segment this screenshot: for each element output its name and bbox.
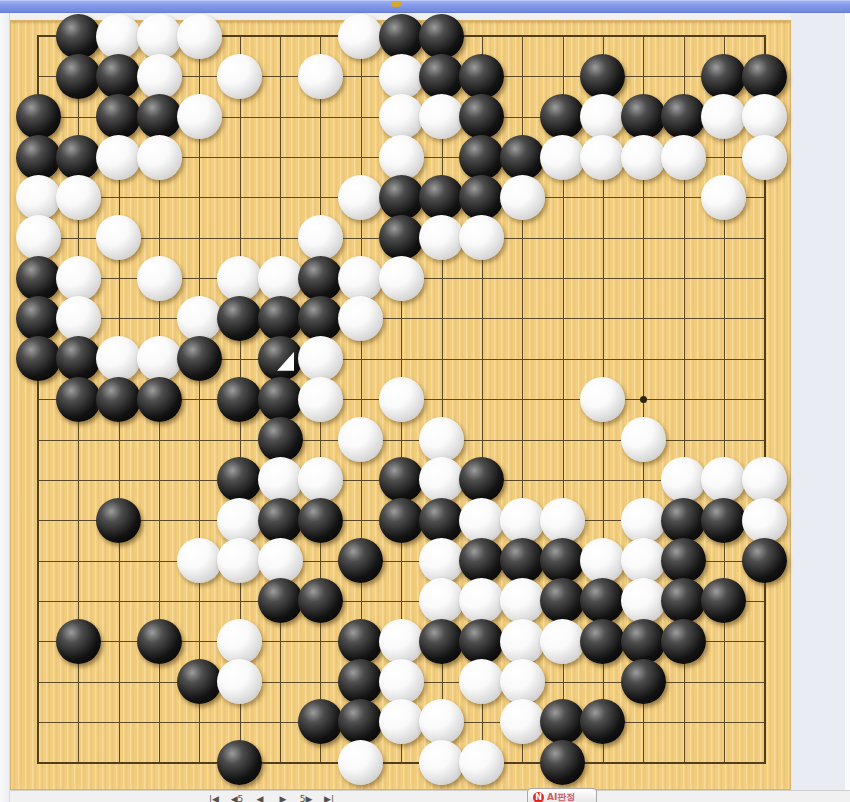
black-stone (137, 377, 182, 422)
black-stone (379, 457, 424, 502)
black-stone (177, 659, 222, 704)
white-stone (137, 336, 182, 381)
black-stone (258, 296, 303, 341)
nav-button-back[interactable]: ◀ (249, 793, 271, 802)
nav-button-back5[interactable]: ◀5 (226, 793, 248, 802)
white-stone (56, 256, 101, 301)
white-stone (298, 336, 343, 381)
white-stone (379, 256, 424, 301)
white-stone (379, 619, 424, 664)
black-stone (258, 417, 303, 462)
black-stone (258, 578, 303, 623)
black-stone (258, 498, 303, 543)
white-stone (298, 377, 343, 422)
black-stone (56, 619, 101, 664)
black-stone (540, 740, 585, 785)
black-stone (56, 336, 101, 381)
black-stone (16, 296, 61, 341)
white-stone (580, 377, 625, 422)
black-stone (701, 54, 746, 99)
black-stone (661, 538, 706, 583)
black-stone (661, 498, 706, 543)
nav-button-last[interactable]: ▶| (318, 793, 340, 802)
black-stone (96, 54, 141, 99)
white-stone (500, 498, 545, 543)
black-stone (742, 538, 787, 583)
nav-button-forward5[interactable]: 5▶ (295, 793, 317, 802)
white-stone (338, 417, 383, 462)
white-stone (217, 256, 262, 301)
white-stone (217, 538, 262, 583)
black-stone (258, 377, 303, 422)
black-stone (217, 740, 262, 785)
black-stone (56, 14, 101, 59)
white-stone (540, 498, 585, 543)
black-stone (419, 54, 464, 99)
white-stone (661, 135, 706, 180)
black-stone (217, 296, 262, 341)
black-stone (540, 538, 585, 583)
black-stone (217, 377, 262, 422)
white-stone (742, 135, 787, 180)
black-stone (419, 498, 464, 543)
go-board[interactable] (10, 20, 791, 790)
white-stone (338, 256, 383, 301)
black-stone (580, 619, 625, 664)
black-stone (56, 54, 101, 99)
black-stone (500, 538, 545, 583)
white-stone (16, 175, 61, 220)
white-stone (379, 659, 424, 704)
black-stone (661, 94, 706, 139)
white-stone (379, 94, 424, 139)
black-stone (379, 498, 424, 543)
black-stone (459, 619, 504, 664)
white-stone (177, 94, 222, 139)
black-stone (177, 336, 222, 381)
white-stone (459, 740, 504, 785)
white-stone (419, 215, 464, 260)
white-stone (500, 699, 545, 744)
white-stone (177, 538, 222, 583)
black-stone (742, 54, 787, 99)
black-stone (621, 94, 666, 139)
app-window: N AI판정 |◀◀5◀▶5▶▶| (0, 0, 850, 802)
white-stone (137, 256, 182, 301)
white-stone (298, 54, 343, 99)
white-stone (217, 54, 262, 99)
black-stone (500, 135, 545, 180)
white-stone (96, 135, 141, 180)
white-stone (338, 296, 383, 341)
black-stone (459, 175, 504, 220)
black-stone (621, 619, 666, 664)
black-stone (338, 619, 383, 664)
white-stone (419, 94, 464, 139)
white-stone (419, 417, 464, 462)
white-stone (137, 54, 182, 99)
black-stone (379, 215, 424, 260)
white-stone (298, 457, 343, 502)
white-stone (177, 296, 222, 341)
black-stone (16, 256, 61, 301)
white-stone (540, 135, 585, 180)
white-stone (379, 699, 424, 744)
black-stone (56, 135, 101, 180)
black-stone (379, 175, 424, 220)
ai-judgement-label: AI판정 (547, 791, 575, 802)
black-stone (258, 336, 303, 381)
black-stone (419, 175, 464, 220)
nav-button-first[interactable]: |◀ (203, 793, 225, 802)
white-stone (16, 215, 61, 260)
nav-button-forward[interactable]: ▶ (272, 793, 294, 802)
window-icon (391, 1, 401, 7)
white-stone (742, 457, 787, 502)
white-stone (338, 740, 383, 785)
white-stone (56, 175, 101, 220)
white-stone (56, 296, 101, 341)
black-stone (621, 659, 666, 704)
black-stone (137, 619, 182, 664)
black-stone (379, 14, 424, 59)
black-stone (540, 94, 585, 139)
white-stone (742, 94, 787, 139)
white-stone (500, 175, 545, 220)
black-stone (661, 619, 706, 664)
black-stone (56, 377, 101, 422)
black-stone (298, 498, 343, 543)
right-panel-background (791, 13, 850, 802)
black-stone (137, 94, 182, 139)
black-stone (298, 296, 343, 341)
white-stone (621, 417, 666, 462)
black-stone (16, 94, 61, 139)
black-stone (419, 619, 464, 664)
black-stone (459, 54, 504, 99)
black-stone (96, 498, 141, 543)
white-stone (338, 175, 383, 220)
right-window-border (845, 13, 850, 802)
black-stone (419, 14, 464, 59)
white-stone (621, 578, 666, 623)
white-stone (621, 498, 666, 543)
white-stone (379, 135, 424, 180)
bottom-toolbar (10, 790, 850, 802)
white-stone (500, 619, 545, 664)
black-stone (701, 498, 746, 543)
window-titlebar[interactable] (0, 0, 850, 13)
white-stone (258, 256, 303, 301)
black-stone (96, 377, 141, 422)
white-stone (540, 619, 585, 664)
white-stone (459, 498, 504, 543)
black-stone (16, 336, 61, 381)
white-stone (258, 457, 303, 502)
black-stone (16, 135, 61, 180)
black-stone (580, 54, 625, 99)
white-stone (580, 135, 625, 180)
ai-judgement-button[interactable]: N AI판정 (527, 788, 597, 802)
white-stone (742, 498, 787, 543)
white-stone (217, 498, 262, 543)
black-stone (459, 135, 504, 180)
white-stone (217, 619, 262, 664)
white-stone (500, 578, 545, 623)
white-stone (379, 54, 424, 99)
black-stone (298, 256, 343, 301)
white-stone (500, 659, 545, 704)
white-stone (419, 740, 464, 785)
white-stone (137, 135, 182, 180)
white-stone (258, 538, 303, 583)
white-stone (177, 14, 222, 59)
white-stone (419, 538, 464, 583)
white-stone (338, 14, 383, 59)
left-window-border (0, 13, 10, 802)
new-badge-icon: N (533, 792, 544, 802)
white-stone (379, 377, 424, 422)
white-stone (137, 14, 182, 59)
white-stone (621, 538, 666, 583)
white-stone (96, 14, 141, 59)
white-stone (621, 135, 666, 180)
white-stone (298, 215, 343, 260)
